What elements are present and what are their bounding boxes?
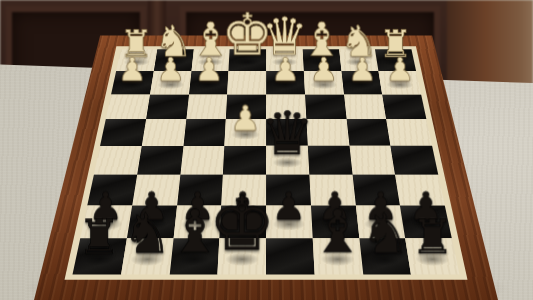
square-a7: ♟: [400, 205, 452, 238]
square-e7: ♟: [219, 205, 265, 238]
square-c4: [306, 119, 349, 146]
square-g6: [132, 174, 180, 205]
square-f4: [183, 119, 226, 146]
square-e8: ♚: [217, 238, 265, 274]
square-f6: [176, 174, 222, 205]
square-a4: [386, 119, 432, 146]
square-b3: [343, 94, 386, 119]
square-h8: ♜: [72, 238, 126, 274]
piece-shadow: [363, 218, 398, 231]
square-g4: [141, 119, 185, 146]
piece-shadow: [180, 218, 214, 231]
piece-shadow: [159, 58, 187, 66]
square-a3: [382, 94, 426, 119]
piece-shadow: [414, 252, 451, 266]
piece-shadow: [194, 80, 222, 89]
square-b4: [346, 119, 390, 146]
square-h2: ♟: [111, 71, 154, 94]
piece-shadow: [230, 130, 260, 140]
piece-shadow: [122, 58, 150, 66]
piece-shadow: [271, 58, 298, 66]
piece-shadow: [319, 252, 354, 266]
square-b5: [349, 146, 395, 175]
square-g2: ♟: [149, 71, 190, 94]
square-c6: [309, 174, 355, 205]
piece-shadow: [80, 252, 117, 266]
square-c8: ♝: [312, 238, 362, 274]
square-h5: [94, 146, 142, 175]
perspective-scene: ♜♞♝♚♛♝♞♜♟♟♟♟♟♟♟♟♛♟♟♟♟♟♟♟♟♜♞♝♚♝♞♜: [0, 0, 533, 300]
square-b8: ♞: [358, 238, 410, 274]
square-g7: ♟: [126, 205, 176, 238]
square-c7: ♟: [310, 205, 358, 238]
square-a5: [390, 146, 438, 175]
piece-shadow: [272, 218, 305, 231]
square-h6: [87, 174, 137, 205]
square-g3: [145, 94, 188, 119]
piece-shadow: [272, 157, 303, 168]
piece-shadow: [385, 80, 414, 89]
piece-shadow: [381, 58, 409, 66]
piece-shadow: [309, 80, 337, 89]
square-d1: ♛: [266, 49, 303, 71]
board-maple-edge-strip: ♜♞♝♚♛♝♞♜♟♟♟♟♟♟♟♟♛♟♟♟♟♟♟♟♟♜♞♝♚♝♞♜: [64, 46, 467, 279]
square-h3: [105, 94, 149, 119]
square-f8: ♝: [169, 238, 219, 274]
piece-shadow: [134, 218, 169, 231]
square-e6: [221, 174, 266, 205]
square-c5: [307, 146, 352, 175]
piece-shadow: [224, 252, 259, 266]
square-f7: ♟: [173, 205, 221, 238]
piece-shadow: [367, 252, 403, 266]
square-a2: ♟: [378, 71, 420, 94]
square-e2: [227, 71, 266, 94]
square-d5: ♛: [266, 146, 309, 175]
piece-shadow: [271, 80, 299, 89]
square-e3: [226, 94, 266, 119]
piece-shadow: [234, 58, 261, 66]
square-b1: ♞: [338, 49, 378, 71]
square-d4: [266, 119, 307, 146]
square-h7: ♟: [80, 205, 132, 238]
square-b6: [352, 174, 400, 205]
square-f1: ♝: [191, 49, 230, 71]
piece-shadow: [344, 58, 372, 66]
square-e1: ♚: [228, 49, 266, 71]
square-d6: [266, 174, 311, 205]
piece-shadow: [128, 252, 164, 266]
square-a1: ♜: [375, 49, 416, 71]
square-c2: ♟: [303, 71, 343, 94]
square-d8: [266, 238, 314, 274]
square-d3: [266, 94, 306, 119]
chess-set-photo: ♜♞♝♚♛♝♞♜♟♟♟♟♟♟♟♟♛♟♟♟♟♟♟♟♟♜♞♝♚♝♞♜: [0, 0, 533, 300]
square-a8: ♜: [405, 238, 459, 274]
board-grid: ♜♞♝♚♛♝♞♜♟♟♟♟♟♟♟♟♛♟♟♟♟♟♟♟♟♜♞♝♚♝♞♜: [72, 49, 459, 274]
piece-shadow: [347, 80, 376, 89]
square-f2: ♟: [188, 71, 228, 94]
square-b7: ♟: [355, 205, 405, 238]
piece-shadow: [176, 252, 211, 266]
piece-shadow: [196, 58, 223, 66]
square-b2: ♟: [341, 71, 382, 94]
square-e5: [223, 146, 266, 175]
square-g5: [137, 146, 183, 175]
chess-board: ♜♞♝♚♛♝♞♜♟♟♟♟♟♟♟♟♛♟♟♟♟♟♟♟♟♜♞♝♚♝♞♜: [34, 36, 498, 300]
piece-shadow: [226, 218, 259, 231]
piece-shadow: [317, 218, 351, 231]
piece-shadow: [408, 218, 443, 231]
square-e4: ♟: [224, 119, 266, 146]
square-h4: [100, 119, 146, 146]
square-d2: ♟: [266, 71, 305, 94]
square-g1: ♞: [153, 49, 193, 71]
square-g8: ♞: [120, 238, 172, 274]
square-a6: [395, 174, 445, 205]
square-h1: ♜: [116, 49, 157, 71]
square-f5: [180, 146, 225, 175]
square-f3: [186, 94, 227, 119]
piece-shadow: [88, 218, 123, 231]
square-d7: ♟: [266, 205, 312, 238]
piece-shadow: [308, 58, 335, 66]
piece-shadow: [156, 80, 185, 89]
square-c3: [304, 94, 345, 119]
piece-shadow: [117, 80, 146, 89]
square-c1: ♝: [302, 49, 341, 71]
